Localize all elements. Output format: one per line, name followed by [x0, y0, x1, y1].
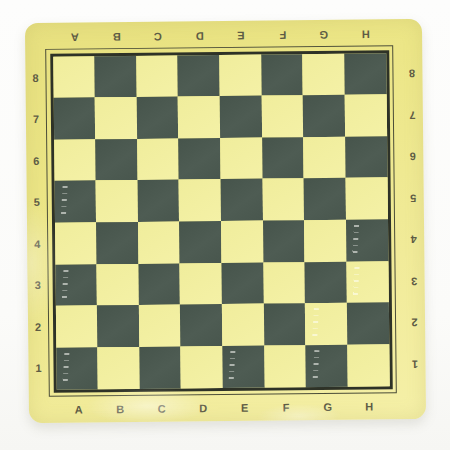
- board-frame: [45, 45, 397, 397]
- file-label-bottom-f: F: [265, 398, 307, 416]
- rank-label-right-4: 4: [404, 219, 423, 261]
- square-g4[interactable]: [304, 220, 346, 262]
- file-label-bottom-g: G: [307, 398, 349, 416]
- square-h2[interactable]: [347, 303, 389, 345]
- file-label-top-a: A: [54, 28, 96, 46]
- square-a2[interactable]: [55, 306, 97, 348]
- square-d5[interactable]: [179, 179, 221, 221]
- square-g6[interactable]: [303, 136, 345, 178]
- rank-labels-right: 87654321: [402, 53, 424, 385]
- rank-label-right-5: 5: [404, 177, 423, 219]
- square-a7[interactable]: [53, 97, 95, 139]
- square-f4[interactable]: [263, 220, 305, 262]
- square-a4[interactable]: [55, 222, 97, 264]
- square-d4[interactable]: [179, 221, 221, 263]
- square-h3[interactable]: [346, 261, 388, 303]
- rank-label-right-6: 6: [403, 136, 422, 178]
- square-f2[interactable]: [263, 303, 305, 345]
- square-b1[interactable]: [97, 347, 139, 389]
- square-c1[interactable]: [139, 346, 181, 388]
- square-h6[interactable]: [345, 136, 387, 178]
- file-label-top-h: H: [344, 25, 386, 43]
- scratch-mark: [312, 350, 319, 380]
- file-label-bottom-e: E: [224, 399, 266, 417]
- rank-label-left-5: 5: [27, 181, 47, 223]
- square-d2[interactable]: [180, 304, 222, 346]
- scratch-mark: [229, 351, 236, 381]
- square-a5[interactable]: [54, 181, 96, 223]
- file-label-bottom-d: D: [182, 399, 224, 417]
- square-h8[interactable]: [344, 53, 386, 95]
- rank-label-left-8: 8: [25, 57, 45, 99]
- square-h4[interactable]: [346, 219, 388, 261]
- square-e6[interactable]: [220, 137, 262, 179]
- scratch-mark: [61, 186, 68, 216]
- square-d7[interactable]: [178, 96, 220, 138]
- board-mat: ABCDEFGH ABCDEFGH 87654321 87654321: [25, 19, 426, 423]
- square-h5[interactable]: [345, 178, 387, 220]
- file-label-top-f: F: [261, 26, 303, 44]
- square-a8[interactable]: [53, 56, 95, 98]
- rank-label-right-3: 3: [404, 260, 423, 302]
- square-f8[interactable]: [261, 54, 303, 96]
- rank-label-right-8: 8: [402, 53, 421, 95]
- square-g8[interactable]: [303, 53, 345, 95]
- file-label-top-d: D: [178, 27, 220, 45]
- rank-label-left-3: 3: [27, 264, 47, 306]
- square-g1[interactable]: [306, 345, 348, 387]
- square-c2[interactable]: [139, 305, 181, 347]
- file-label-bottom-a: A: [58, 400, 100, 418]
- square-c7[interactable]: [136, 97, 178, 139]
- square-a1[interactable]: [56, 347, 98, 389]
- file-labels-bottom: ABCDEFGH: [58, 397, 390, 418]
- file-label-top-b: B: [95, 28, 137, 46]
- square-d6[interactable]: [179, 138, 221, 180]
- rank-label-left-1: 1: [28, 347, 48, 389]
- square-d3[interactable]: [180, 263, 222, 305]
- rank-label-right-1: 1: [405, 343, 424, 385]
- rank-label-left-4: 4: [27, 223, 47, 265]
- square-e5[interactable]: [221, 179, 263, 221]
- square-b3[interactable]: [97, 264, 139, 306]
- square-b2[interactable]: [97, 305, 139, 347]
- scratch-mark: [312, 308, 319, 338]
- square-f7[interactable]: [261, 95, 303, 137]
- square-a6[interactable]: [54, 139, 96, 181]
- square-c5[interactable]: [137, 180, 179, 222]
- scratch-mark: [353, 266, 360, 296]
- file-label-top-e: E: [220, 27, 262, 45]
- rank-label-right-2: 2: [405, 302, 424, 344]
- square-c3[interactable]: [138, 263, 180, 305]
- file-label-bottom-b: B: [99, 400, 141, 418]
- file-label-bottom-c: C: [141, 399, 183, 417]
- rank-label-left-2: 2: [28, 306, 48, 348]
- square-d1[interactable]: [181, 346, 223, 388]
- file-label-top-g: G: [303, 26, 345, 44]
- file-label-top-c: C: [137, 27, 179, 45]
- square-d8[interactable]: [178, 55, 220, 97]
- square-g5[interactable]: [304, 178, 346, 220]
- scratch-mark: [62, 269, 69, 299]
- square-f1[interactable]: [264, 345, 306, 387]
- square-e1[interactable]: [222, 345, 264, 387]
- rank-label-left-6: 6: [26, 140, 46, 182]
- scratch-mark: [63, 352, 70, 382]
- rank-label-left-7: 7: [26, 98, 46, 140]
- square-c6[interactable]: [137, 138, 179, 180]
- square-c4[interactable]: [138, 221, 180, 263]
- photo-background: ABCDEFGH ABCDEFGH 87654321 87654321: [0, 0, 450, 450]
- square-g3[interactable]: [305, 261, 347, 303]
- square-h1[interactable]: [347, 344, 389, 386]
- square-e4[interactable]: [221, 221, 263, 263]
- square-e8[interactable]: [219, 54, 261, 96]
- chess-board: [53, 53, 389, 389]
- square-f6[interactable]: [262, 137, 304, 179]
- board-frame-inner: [50, 50, 393, 393]
- square-c8[interactable]: [136, 55, 178, 97]
- square-h7[interactable]: [345, 94, 387, 136]
- square-g7[interactable]: [303, 95, 345, 137]
- file-labels-top: ABCDEFGH: [54, 25, 386, 46]
- square-b7[interactable]: [95, 97, 137, 139]
- rank-label-right-7: 7: [403, 94, 422, 136]
- file-label-bottom-h: H: [348, 397, 390, 415]
- scratch-mark: [353, 224, 360, 254]
- square-e3[interactable]: [221, 262, 263, 304]
- square-b5[interactable]: [96, 180, 138, 222]
- square-f3[interactable]: [263, 262, 305, 304]
- square-e7[interactable]: [220, 96, 262, 138]
- square-f5[interactable]: [262, 179, 304, 221]
- square-g2[interactable]: [305, 303, 347, 345]
- square-a3[interactable]: [55, 264, 97, 306]
- square-b8[interactable]: [94, 55, 136, 97]
- square-b4[interactable]: [96, 222, 138, 264]
- square-b6[interactable]: [95, 139, 137, 181]
- square-e2[interactable]: [222, 304, 264, 346]
